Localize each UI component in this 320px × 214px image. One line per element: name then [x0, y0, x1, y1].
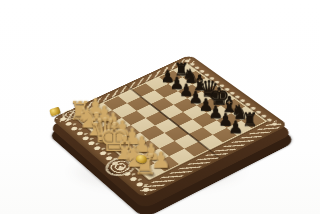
black-rook-glyph: ♜ — [242, 111, 258, 129]
scene: ♜♞♝♛♚♝♞♜♟♟♟♟♟♟♟♟♟♟♟♟♟♟♟♟♜♞♝♛♚♝♞♜ — [0, 0, 320, 214]
photo-stage: ♜♞♝♛♚♝♞♜♟♟♟♟♟♟♟♟♟♟♟♟♟♟♟♟♜♞♝♛♚♝♞♜ — [0, 0, 320, 214]
black-pawn-glyph: ♟ — [228, 118, 243, 135]
chess-board: ♜♞♝♛♚♝♞♜♟♟♟♟♟♟♟♟♟♟♟♟♟♟♟♟♜♞♝♛♚♝♞♜ — [56, 58, 282, 195]
